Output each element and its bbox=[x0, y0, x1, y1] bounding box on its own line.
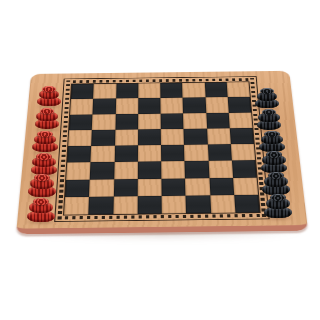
black-checker-stack bbox=[262, 172, 290, 195]
board-square bbox=[230, 128, 254, 144]
board-square bbox=[234, 195, 260, 213]
board-square bbox=[161, 178, 185, 196]
board-square bbox=[161, 161, 185, 178]
board-square bbox=[162, 195, 187, 213]
board-square bbox=[233, 177, 258, 195]
black-checker-stack bbox=[264, 194, 293, 218]
board-square bbox=[65, 179, 90, 197]
board-square bbox=[70, 99, 93, 115]
board-square bbox=[69, 114, 93, 130]
red-checker-stack bbox=[31, 153, 58, 175]
board-square bbox=[93, 99, 116, 115]
board-square bbox=[91, 130, 115, 146]
checker-crown-top bbox=[260, 88, 274, 94]
board-square bbox=[161, 113, 184, 129]
checker-crown-top bbox=[42, 86, 56, 92]
board-square bbox=[185, 161, 209, 178]
board-square bbox=[114, 162, 138, 179]
checker-crown-top bbox=[268, 172, 284, 179]
red-checker-stack bbox=[28, 174, 56, 197]
board-square bbox=[92, 114, 115, 130]
board-square bbox=[209, 178, 234, 196]
board-square bbox=[231, 144, 256, 161]
board-border-inlay bbox=[54, 76, 270, 222]
board-square bbox=[226, 82, 249, 97]
board-grid bbox=[64, 82, 260, 215]
checker-crown-top bbox=[36, 153, 52, 160]
board-square bbox=[138, 98, 161, 114]
board-square bbox=[138, 162, 162, 179]
inlay-dash-bottom bbox=[57, 214, 266, 220]
board-square bbox=[184, 144, 208, 161]
checker-crown-top bbox=[264, 131, 279, 137]
board-square bbox=[114, 145, 138, 162]
board-square bbox=[184, 128, 208, 144]
board-square bbox=[210, 195, 235, 213]
checker-crown-top bbox=[266, 151, 282, 158]
board-square bbox=[138, 83, 160, 98]
checker-crown-top bbox=[34, 174, 50, 181]
board-square bbox=[160, 83, 183, 98]
checker-crown-top bbox=[37, 131, 52, 137]
board-square bbox=[67, 146, 91, 163]
board-square bbox=[68, 130, 92, 146]
board-square bbox=[137, 196, 161, 214]
black-checker-stack bbox=[259, 131, 285, 152]
black-checker-stack bbox=[257, 109, 282, 130]
board-square bbox=[183, 97, 206, 113]
board-square bbox=[161, 129, 184, 145]
board-square bbox=[208, 161, 233, 178]
board-square bbox=[185, 178, 210, 196]
red-checker-stack bbox=[32, 131, 58, 152]
board-square bbox=[91, 146, 115, 163]
board-square bbox=[66, 162, 91, 179]
red-checker-stack bbox=[27, 198, 56, 222]
board-square bbox=[160, 98, 183, 114]
board-square bbox=[113, 196, 138, 214]
black-checker-stack bbox=[255, 88, 279, 108]
board-square bbox=[90, 162, 114, 179]
board-square bbox=[161, 145, 185, 162]
board-square bbox=[207, 128, 231, 144]
board-square bbox=[183, 113, 206, 129]
board-square bbox=[227, 97, 251, 113]
board-square bbox=[115, 129, 138, 145]
board-square bbox=[93, 84, 116, 99]
board-square bbox=[113, 179, 137, 197]
red-checker-stack bbox=[37, 86, 61, 106]
board-square bbox=[116, 83, 138, 98]
board-square bbox=[138, 145, 162, 162]
board-square bbox=[71, 84, 94, 99]
board-square bbox=[228, 112, 252, 128]
board-square bbox=[115, 98, 138, 114]
board-square bbox=[89, 179, 114, 197]
board-square bbox=[182, 83, 205, 98]
board-square bbox=[205, 97, 228, 113]
black-checker-stack bbox=[261, 151, 288, 173]
board-square bbox=[232, 160, 257, 177]
board-square bbox=[115, 114, 138, 130]
board-square bbox=[137, 178, 161, 196]
board-square bbox=[138, 129, 161, 145]
board-square bbox=[207, 144, 231, 161]
board-square bbox=[64, 197, 89, 215]
board-square bbox=[186, 195, 211, 213]
board-square bbox=[138, 113, 161, 129]
board-square bbox=[88, 196, 113, 214]
product-photo bbox=[0, 0, 320, 320]
board-square bbox=[204, 82, 227, 97]
board-square bbox=[206, 112, 230, 128]
red-checker-stack bbox=[35, 108, 60, 129]
